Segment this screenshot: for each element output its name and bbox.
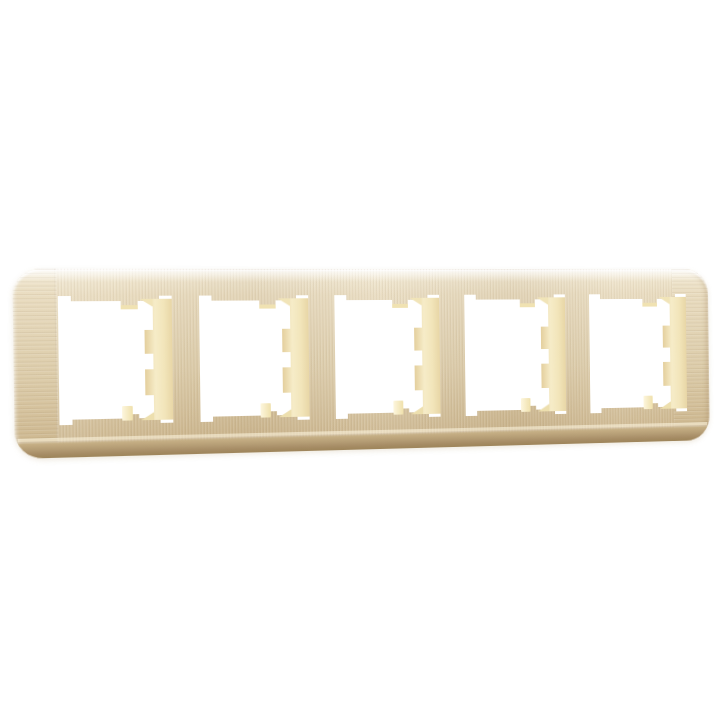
bottom-cream-tab xyxy=(261,403,271,417)
frame-window-1 xyxy=(58,296,174,426)
frame-window-5 xyxy=(589,294,687,413)
frame-top-edge-highlight xyxy=(18,270,704,283)
top-tab-shade xyxy=(642,303,657,307)
bottom-cream-tab xyxy=(393,401,403,415)
frame-bottom-thickness-edge xyxy=(15,425,710,459)
top-tab-shade xyxy=(259,304,275,308)
product-photo-canvas xyxy=(0,0,720,720)
bottom-cream-tab xyxy=(644,396,653,410)
bottom-cream-tab xyxy=(122,406,133,421)
switch-frame xyxy=(12,269,710,459)
frame-window-3 xyxy=(334,295,440,419)
frame-face xyxy=(12,269,710,459)
top-tab-shade xyxy=(392,304,408,308)
bottom-cream-tab xyxy=(521,398,531,412)
top-tab-shade xyxy=(520,303,535,307)
frame-windows xyxy=(12,269,707,270)
frame-window-2 xyxy=(199,295,310,422)
top-tab-shade xyxy=(121,305,138,309)
frame-window-4 xyxy=(464,294,566,416)
frame-bottom-catchlight xyxy=(18,422,707,442)
brushed-texture-left-column xyxy=(12,269,59,459)
